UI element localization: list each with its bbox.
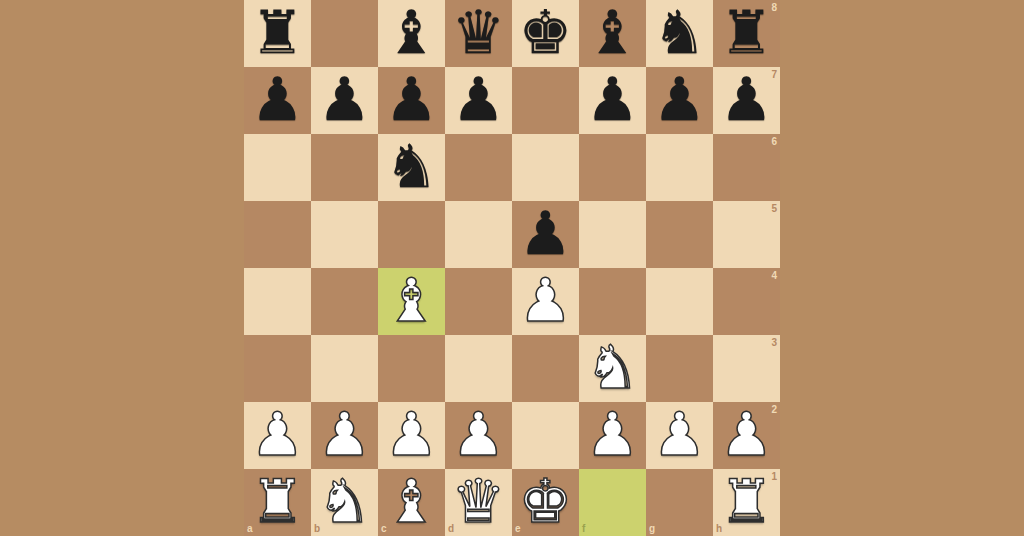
square-b1[interactable]: b♞ — [311, 469, 378, 536]
square-c7[interactable]: ♟ — [378, 67, 445, 134]
square-c5[interactable] — [378, 201, 445, 268]
square-e5[interactable]: ♟ — [512, 201, 579, 268]
square-g7[interactable]: ♟ — [646, 67, 713, 134]
rank-label-6: 6 — [771, 137, 777, 147]
square-d3[interactable] — [445, 335, 512, 402]
square-f5[interactable] — [579, 201, 646, 268]
square-b8[interactable] — [311, 0, 378, 67]
piece-white-pawn[interactable]: ♟ — [251, 404, 305, 464]
square-c6[interactable]: ♞ — [378, 134, 445, 201]
square-g2[interactable]: ♟ — [646, 402, 713, 469]
square-e7[interactable] — [512, 67, 579, 134]
square-e2[interactable] — [512, 402, 579, 469]
piece-white-pawn[interactable]: ♟ — [720, 404, 774, 464]
square-f3[interactable]: ♞ — [579, 335, 646, 402]
square-a8[interactable]: ♜ — [244, 0, 311, 67]
square-b7[interactable]: ♟ — [311, 67, 378, 134]
square-e3[interactable] — [512, 335, 579, 402]
piece-black-knight[interactable]: ♞ — [385, 136, 439, 196]
square-h2[interactable]: 2♟ — [713, 402, 780, 469]
piece-black-bishop[interactable]: ♝ — [385, 2, 439, 62]
square-e1[interactable]: e♚ — [512, 469, 579, 536]
page-background: ♜♝♛♚♝♞8♜♟♟♟♟♟♟7♟♞6♟5♝♟4♞3♟♟♟♟♟♟2♟a♜b♞c♝d… — [0, 0, 1024, 536]
square-f7[interactable]: ♟ — [579, 67, 646, 134]
square-h3[interactable]: 3 — [713, 335, 780, 402]
square-e8[interactable]: ♚ — [512, 0, 579, 67]
piece-black-bishop[interactable]: ♝ — [586, 2, 640, 62]
piece-white-pawn[interactable]: ♟ — [586, 404, 640, 464]
square-c1[interactable]: c♝ — [378, 469, 445, 536]
square-e4[interactable]: ♟ — [512, 268, 579, 335]
piece-black-pawn[interactable]: ♟ — [519, 203, 573, 263]
chess-board: ♜♝♛♚♝♞8♜♟♟♟♟♟♟7♟♞6♟5♝♟4♞3♟♟♟♟♟♟2♟a♜b♞c♝d… — [244, 0, 780, 536]
piece-white-bishop[interactable]: ♝ — [385, 270, 439, 330]
piece-white-knight[interactable]: ♞ — [586, 337, 640, 397]
piece-white-pawn[interactable]: ♟ — [385, 404, 439, 464]
rank-label-3: 3 — [771, 338, 777, 348]
piece-black-king[interactable]: ♚ — [519, 2, 573, 62]
square-g3[interactable] — [646, 335, 713, 402]
piece-white-queen[interactable]: ♛ — [452, 471, 506, 531]
piece-black-pawn[interactable]: ♟ — [653, 69, 707, 129]
square-c8[interactable]: ♝ — [378, 0, 445, 67]
piece-black-pawn[interactable]: ♟ — [385, 69, 439, 129]
square-h1[interactable]: 1h♜ — [713, 469, 780, 536]
square-g4[interactable] — [646, 268, 713, 335]
square-d8[interactable]: ♛ — [445, 0, 512, 67]
piece-white-bishop[interactable]: ♝ — [385, 471, 439, 531]
square-b5[interactable] — [311, 201, 378, 268]
piece-white-pawn[interactable]: ♟ — [452, 404, 506, 464]
square-d6[interactable] — [445, 134, 512, 201]
square-h5[interactable]: 5 — [713, 201, 780, 268]
piece-black-rook[interactable]: ♜ — [251, 2, 305, 62]
square-b6[interactable] — [311, 134, 378, 201]
square-c4[interactable]: ♝ — [378, 268, 445, 335]
piece-black-pawn[interactable]: ♟ — [318, 69, 372, 129]
square-g8[interactable]: ♞ — [646, 0, 713, 67]
file-label-g: g — [649, 524, 655, 534]
square-d5[interactable] — [445, 201, 512, 268]
square-b3[interactable] — [311, 335, 378, 402]
piece-black-pawn[interactable]: ♟ — [720, 69, 774, 129]
square-a7[interactable]: ♟ — [244, 67, 311, 134]
square-a5[interactable] — [244, 201, 311, 268]
piece-black-pawn[interactable]: ♟ — [251, 69, 305, 129]
piece-black-knight[interactable]: ♞ — [653, 2, 707, 62]
square-a1[interactable]: a♜ — [244, 469, 311, 536]
piece-white-pawn[interactable]: ♟ — [653, 404, 707, 464]
piece-white-king[interactable]: ♚ — [519, 471, 573, 531]
square-a2[interactable]: ♟ — [244, 402, 311, 469]
rank-label-4: 4 — [771, 271, 777, 281]
square-b2[interactable]: ♟ — [311, 402, 378, 469]
square-f6[interactable] — [579, 134, 646, 201]
square-e6[interactable] — [512, 134, 579, 201]
square-c2[interactable]: ♟ — [378, 402, 445, 469]
piece-black-pawn[interactable]: ♟ — [586, 69, 640, 129]
square-h4[interactable]: 4 — [713, 268, 780, 335]
piece-white-rook[interactable]: ♜ — [251, 471, 305, 531]
piece-black-pawn[interactable]: ♟ — [452, 69, 506, 129]
piece-black-queen[interactable]: ♛ — [452, 2, 506, 62]
rank-label-5: 5 — [771, 204, 777, 214]
piece-white-pawn[interactable]: ♟ — [318, 404, 372, 464]
square-d2[interactable]: ♟ — [445, 402, 512, 469]
piece-white-pawn[interactable]: ♟ — [519, 270, 573, 330]
piece-black-rook[interactable]: ♜ — [720, 2, 774, 62]
square-d1[interactable]: d♛ — [445, 469, 512, 536]
square-h6[interactable]: 6 — [713, 134, 780, 201]
square-h8[interactable]: 8♜ — [713, 0, 780, 67]
square-b4[interactable] — [311, 268, 378, 335]
square-f8[interactable]: ♝ — [579, 0, 646, 67]
square-c3[interactable] — [378, 335, 445, 402]
square-a6[interactable] — [244, 134, 311, 201]
piece-white-knight[interactable]: ♞ — [318, 471, 372, 531]
piece-white-rook[interactable]: ♜ — [720, 471, 774, 531]
square-h7[interactable]: 7♟ — [713, 67, 780, 134]
square-g5[interactable] — [646, 201, 713, 268]
square-f2[interactable]: ♟ — [579, 402, 646, 469]
square-d7[interactable]: ♟ — [445, 67, 512, 134]
square-f1[interactable]: f — [579, 469, 646, 536]
square-d4[interactable] — [445, 268, 512, 335]
square-g6[interactable] — [646, 134, 713, 201]
square-a3[interactable] — [244, 335, 311, 402]
square-f4[interactable] — [579, 268, 646, 335]
file-label-f: f — [582, 524, 585, 534]
square-a4[interactable] — [244, 268, 311, 335]
square-g1[interactable]: g — [646, 469, 713, 536]
